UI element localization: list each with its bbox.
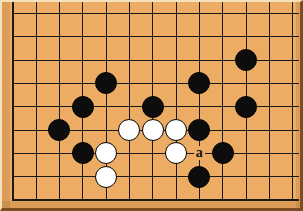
board-point <box>258 72 281 95</box>
point-label-a: a <box>194 146 205 160</box>
board-point <box>71 188 94 211</box>
board-point <box>24 48 47 71</box>
board-point <box>164 25 187 48</box>
go-board: a <box>0 0 303 211</box>
board-point <box>118 142 141 165</box>
board-point <box>71 165 94 188</box>
board-point <box>48 165 71 188</box>
board-point <box>281 165 303 188</box>
board-point <box>258 48 281 71</box>
white-stone <box>165 119 187 141</box>
board-point <box>141 48 164 71</box>
board-point <box>234 48 257 71</box>
board-point <box>188 165 211 188</box>
white-stone <box>165 142 187 164</box>
board-point <box>118 95 141 118</box>
board-point <box>141 2 164 25</box>
board-point <box>94 2 117 25</box>
board-point <box>211 25 234 48</box>
board-point <box>1 48 24 71</box>
board-point <box>118 48 141 71</box>
board-point <box>94 95 117 118</box>
board-point <box>164 2 187 25</box>
board-point <box>24 188 47 211</box>
black-stone <box>95 72 117 94</box>
white-stone <box>118 119 140 141</box>
black-stone <box>212 142 234 164</box>
board-point <box>188 25 211 48</box>
board-point <box>94 165 117 188</box>
board-point <box>141 118 164 141</box>
board-point <box>24 95 47 118</box>
board-point <box>48 48 71 71</box>
board-point <box>258 142 281 165</box>
board-point <box>94 142 117 165</box>
board-point <box>281 48 303 71</box>
board-point <box>211 48 234 71</box>
board-point <box>24 142 47 165</box>
board-point <box>1 72 24 95</box>
board-point <box>211 142 234 165</box>
board-point <box>258 95 281 118</box>
board-point <box>164 72 187 95</box>
board-point <box>118 188 141 211</box>
board-point <box>118 72 141 95</box>
black-stone <box>235 49 257 71</box>
board-point <box>211 72 234 95</box>
board-point <box>71 25 94 48</box>
board-point <box>141 72 164 95</box>
board-point <box>1 118 24 141</box>
board-point <box>211 188 234 211</box>
board-point <box>71 48 94 71</box>
board-point <box>281 142 303 165</box>
board-point <box>234 25 257 48</box>
board-point <box>24 118 47 141</box>
board-point <box>281 188 303 211</box>
board-point <box>234 95 257 118</box>
board-point <box>48 188 71 211</box>
black-stone <box>72 96 94 118</box>
black-stone <box>72 142 94 164</box>
board-point <box>1 95 24 118</box>
board-point <box>281 25 303 48</box>
board-point <box>118 25 141 48</box>
board-point <box>48 72 71 95</box>
white-stone <box>142 119 164 141</box>
board-point <box>234 165 257 188</box>
board-point <box>258 165 281 188</box>
board-point <box>164 188 187 211</box>
board-point <box>24 25 47 48</box>
board-point <box>24 165 47 188</box>
board-point <box>24 2 47 25</box>
board-point <box>188 2 211 25</box>
board-point <box>211 95 234 118</box>
board-point <box>211 165 234 188</box>
board-point <box>141 188 164 211</box>
board-point <box>164 118 187 141</box>
board-point <box>141 95 164 118</box>
board-point <box>164 142 187 165</box>
white-stone <box>95 142 117 164</box>
board-point <box>118 165 141 188</box>
board-point <box>71 118 94 141</box>
board-point <box>234 188 257 211</box>
board-point <box>188 72 211 95</box>
board-point <box>258 25 281 48</box>
board-point <box>234 72 257 95</box>
board-point <box>188 48 211 71</box>
board-point <box>164 95 187 118</box>
board-point <box>118 118 141 141</box>
board-point <box>1 188 24 211</box>
board-point <box>141 25 164 48</box>
black-stone <box>142 96 164 118</box>
board-point <box>24 72 47 95</box>
board-point <box>94 25 117 48</box>
white-stone <box>95 166 117 188</box>
board-point <box>281 118 303 141</box>
board-point <box>258 2 281 25</box>
go-diagram: a <box>0 0 303 211</box>
board-point <box>48 25 71 48</box>
board-point <box>94 48 117 71</box>
board-grid: a <box>1 2 303 211</box>
board-point <box>188 118 211 141</box>
board-point <box>188 95 211 118</box>
board-point <box>164 48 187 71</box>
board-point: a <box>188 142 211 165</box>
black-stone <box>188 166 210 188</box>
board-point <box>1 142 24 165</box>
black-stone <box>48 119 70 141</box>
board-point <box>141 165 164 188</box>
board-point <box>48 95 71 118</box>
black-stone <box>188 72 210 94</box>
board-point <box>234 2 257 25</box>
board-point <box>281 2 303 25</box>
board-point <box>234 118 257 141</box>
board-point <box>118 2 141 25</box>
board-point <box>1 165 24 188</box>
board-point <box>48 142 71 165</box>
board-point <box>211 118 234 141</box>
board-point <box>281 95 303 118</box>
board-point <box>1 25 24 48</box>
black-stone <box>188 119 210 141</box>
board-point <box>258 118 281 141</box>
board-point <box>141 142 164 165</box>
board-point <box>71 95 94 118</box>
board-point <box>48 118 71 141</box>
board-point <box>258 188 281 211</box>
black-stone <box>235 96 257 118</box>
board-point <box>48 2 71 25</box>
board-point <box>211 2 234 25</box>
board-point <box>94 188 117 211</box>
board-point <box>71 142 94 165</box>
board-point <box>71 72 94 95</box>
board-point <box>71 2 94 25</box>
board-point <box>281 72 303 95</box>
board-point <box>164 165 187 188</box>
board-point <box>1 2 24 25</box>
board-point <box>94 118 117 141</box>
board-point <box>94 72 117 95</box>
board-point <box>234 142 257 165</box>
board-point <box>188 188 211 211</box>
